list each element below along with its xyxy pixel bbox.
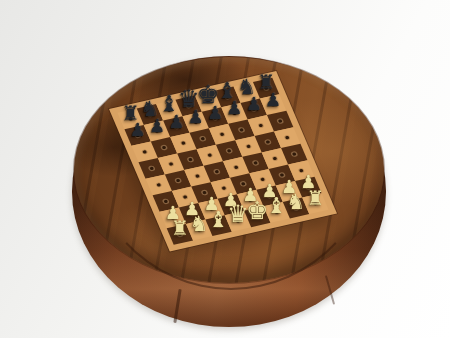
peg-hole-c6 [181,141,186,145]
piece-black-pawn-h7[interactable]: ♟ [265,91,281,109]
peg-hole-h4 [292,152,297,156]
peg-hole-f4 [253,161,258,165]
piece-white-rook-a1[interactable]: ♜ [171,219,189,239]
peg-hole-h5 [285,136,290,140]
piece-black-pawn-e7[interactable]: ♟ [207,104,223,122]
peg-hole-e5 [227,149,232,153]
peg-hole-d5 [207,153,212,157]
peg-hole-h6 [278,119,283,123]
piece-black-pawn-b7[interactable]: ♟ [149,117,165,135]
piece-white-bishop-c1[interactable]: ♝ [209,208,229,230]
peg-hole-d6 [200,137,205,141]
piece-white-rook-h1[interactable]: ♜ [306,188,324,208]
piece-black-pawn-g7[interactable]: ♟ [246,95,262,113]
peg-hole-g4 [273,157,278,161]
peg-hole-b5 [169,162,174,166]
peg-hole-f6 [239,128,244,132]
peg-hole-e4 [234,165,239,169]
piece-white-king-e1[interactable]: ♚ [246,197,268,222]
peg-hole-e6 [220,132,225,136]
peg-hole-g5 [265,140,270,144]
peg-hole-c4 [195,174,200,178]
peg-hole-a5 [149,167,154,171]
piece-white-knight-b1[interactable]: ♞ [190,214,209,235]
piece-white-bishop-f1[interactable]: ♝ [267,195,287,217]
peg-hole-g6 [258,124,263,128]
peg-hole-a4 [156,183,161,187]
piece-black-pawn-d7[interactable]: ♟ [188,108,204,126]
piece-black-pawn-f7[interactable]: ♟ [226,99,242,117]
peg-hole-f5 [246,145,251,149]
peg-hole-b4 [176,179,181,183]
peg-hole-a6 [142,150,147,154]
peg-hole-d4 [214,170,219,174]
peg-hole-b6 [162,146,167,150]
piece-white-knight-g1[interactable]: ♞ [287,192,306,213]
piece-black-pawn-a7[interactable]: ♟ [130,121,146,139]
peg-hole-c5 [188,158,193,162]
piece-black-pawn-c7[interactable]: ♟ [168,113,184,131]
photo-travel-chess-set: ♜♞♝♛♚♝♞♜♟♟♟♟♟♟♟♟♟♟♟♟♟♟♟♟♜♞♝♛♚♝♞♜ [0,0,450,338]
